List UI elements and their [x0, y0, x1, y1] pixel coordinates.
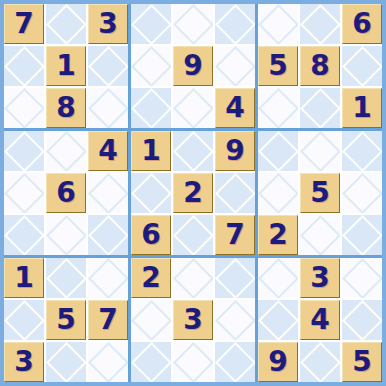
diamond-icon	[258, 131, 298, 171]
diamond-icon	[46, 258, 86, 298]
diamond-icon	[173, 4, 213, 44]
cell-r8c4[interactable]	[131, 300, 171, 340]
cell-r4c8[interactable]	[300, 131, 340, 171]
given-digit: 3	[183, 306, 202, 334]
diamond-icon	[173, 131, 213, 171]
cell-r7c7[interactable]	[258, 258, 298, 298]
cell-r3c6: 4	[215, 88, 255, 128]
given-digit: 7	[14, 10, 33, 38]
given-digit: 6	[352, 10, 371, 38]
cell-r9c8[interactable]	[300, 342, 340, 382]
cell-r5c3[interactable]	[88, 173, 128, 213]
cell-r6c7: 2	[258, 215, 298, 255]
cell-r2c1[interactable]	[4, 46, 44, 86]
sudoku-box-1-2: 94	[131, 4, 255, 128]
cell-r9c3[interactable]	[88, 342, 128, 382]
given-digit: 3	[14, 348, 33, 376]
given-digit: 8	[56, 94, 75, 122]
cell-r7c2[interactable]	[46, 258, 86, 298]
given-digit: 9	[268, 348, 287, 376]
cell-r6c9[interactable]	[342, 215, 382, 255]
cell-r6c1[interactable]	[4, 215, 44, 255]
given-digit: 5	[56, 306, 75, 334]
cell-r7c8: 3	[300, 258, 340, 298]
cell-r2c7: 5	[258, 46, 298, 86]
given-digit: 4	[98, 137, 117, 165]
diamond-icon	[342, 131, 382, 171]
diamond-icon	[342, 46, 382, 86]
cell-r6c6: 7	[215, 215, 255, 255]
given-digit: 2	[268, 221, 287, 249]
diamond-icon	[46, 131, 86, 171]
diamond-icon	[4, 173, 44, 213]
given-digit: 2	[141, 264, 160, 292]
cell-r3c1[interactable]	[4, 88, 44, 128]
sudoku-box-2-2: 19267	[131, 131, 255, 255]
diamond-icon	[88, 88, 128, 128]
sudoku-box-1-1: 7318	[4, 4, 128, 128]
diamond-icon	[215, 258, 255, 298]
cell-r7c3[interactable]	[88, 258, 128, 298]
cell-r6c2[interactable]	[46, 215, 86, 255]
cell-r5c7[interactable]	[258, 173, 298, 213]
cell-r1c4[interactable]	[131, 4, 171, 44]
cell-r9c7: 9	[258, 342, 298, 382]
cell-r1c5[interactable]	[173, 4, 213, 44]
diamond-icon	[131, 4, 171, 44]
diamond-icon	[46, 215, 86, 255]
sudoku-box-3-3: 3495	[258, 258, 382, 382]
cell-r5c5: 2	[173, 173, 213, 213]
cell-r4c6: 9	[215, 131, 255, 171]
diamond-icon	[4, 300, 44, 340]
sudoku-box-2-1: 46	[4, 131, 128, 255]
cell-r3c9: 1	[342, 88, 382, 128]
diamond-icon	[342, 173, 382, 213]
cell-r1c2[interactable]	[46, 4, 86, 44]
cell-r4c1[interactable]	[4, 131, 44, 171]
given-digit: 3	[98, 10, 117, 38]
cell-r6c5[interactable]	[173, 215, 213, 255]
diamond-icon	[215, 300, 255, 340]
sudoku-board: 73189465814619267521573233495	[0, 0, 386, 386]
diamond-icon	[215, 46, 255, 86]
given-digit: 6	[56, 179, 75, 207]
cell-r3c8[interactable]	[300, 88, 340, 128]
cell-r2c8: 8	[300, 46, 340, 86]
cell-r4c2[interactable]	[46, 131, 86, 171]
cell-r8c9[interactable]	[342, 300, 382, 340]
cell-r8c5: 3	[173, 300, 213, 340]
cell-r8c3: 7	[88, 300, 128, 340]
cell-r1c3: 3	[88, 4, 128, 44]
diamond-icon	[131, 173, 171, 213]
given-digit: 8	[310, 52, 329, 80]
cell-r2c3[interactable]	[88, 46, 128, 86]
diamond-icon	[46, 342, 86, 382]
diamond-icon	[258, 4, 298, 44]
cell-r8c2: 5	[46, 300, 86, 340]
cell-r5c2: 6	[46, 173, 86, 213]
cell-r1c7[interactable]	[258, 4, 298, 44]
given-digit: 5	[310, 179, 329, 207]
cell-r2c4[interactable]	[131, 46, 171, 86]
diamond-icon	[173, 342, 213, 382]
cell-r1c9: 6	[342, 4, 382, 44]
diamond-icon	[300, 215, 340, 255]
cell-r1c8[interactable]	[300, 4, 340, 44]
diamond-icon	[4, 131, 44, 171]
cell-r2c2: 1	[46, 46, 86, 86]
given-digit: 1	[352, 94, 371, 122]
cell-r9c2[interactable]	[46, 342, 86, 382]
diamond-icon	[173, 258, 213, 298]
cell-r6c8[interactable]	[300, 215, 340, 255]
diamond-icon	[88, 342, 128, 382]
diamond-icon	[131, 88, 171, 128]
cell-r7c6[interactable]	[215, 258, 255, 298]
cell-r3c3[interactable]	[88, 88, 128, 128]
given-digit: 4	[310, 306, 329, 334]
cell-r7c5[interactable]	[173, 258, 213, 298]
given-digit: 9	[183, 52, 202, 80]
cell-r9c4[interactable]	[131, 342, 171, 382]
diamond-icon	[173, 88, 213, 128]
diamond-icon	[88, 258, 128, 298]
diamond-icon	[173, 215, 213, 255]
cell-r2c9[interactable]	[342, 46, 382, 86]
diamond-icon	[4, 46, 44, 86]
diamond-icon	[258, 258, 298, 298]
cell-r1c6[interactable]	[215, 4, 255, 44]
cell-r7c9[interactable]	[342, 258, 382, 298]
diamond-icon	[300, 4, 340, 44]
diamond-icon	[258, 300, 298, 340]
given-digit: 2	[183, 179, 202, 207]
diamond-icon	[215, 173, 255, 213]
diamond-icon	[342, 258, 382, 298]
cell-r8c6[interactable]	[215, 300, 255, 340]
diamond-icon	[300, 342, 340, 382]
cell-r5c1[interactable]	[4, 173, 44, 213]
sudoku-box-2-3: 52	[258, 131, 382, 255]
diamond-icon	[215, 4, 255, 44]
diamond-icon	[300, 88, 340, 128]
cell-r3c5[interactable]	[173, 88, 213, 128]
sudoku-box-1-3: 6581	[258, 4, 382, 128]
diamond-icon	[88, 215, 128, 255]
diamond-icon	[131, 300, 171, 340]
cell-r5c4[interactable]	[131, 173, 171, 213]
cell-r2c5: 9	[173, 46, 213, 86]
given-digit: 6	[141, 221, 160, 249]
given-digit: 7	[225, 221, 244, 249]
cell-r9c9: 5	[342, 342, 382, 382]
given-digit: 4	[225, 94, 244, 122]
cell-r4c5[interactable]	[173, 131, 213, 171]
cell-r8c1[interactable]	[4, 300, 44, 340]
given-digit: 9	[225, 137, 244, 165]
cell-r7c1: 1	[4, 258, 44, 298]
given-digit: 7	[98, 306, 117, 334]
diamond-icon	[342, 300, 382, 340]
cell-r5c6[interactable]	[215, 173, 255, 213]
sudoku-box-3-1: 1573	[4, 258, 128, 382]
cell-r4c4: 1	[131, 131, 171, 171]
diamond-icon	[258, 88, 298, 128]
diamond-icon	[131, 342, 171, 382]
diamond-icon	[342, 215, 382, 255]
cell-r4c3: 4	[88, 131, 128, 171]
diamond-icon	[4, 88, 44, 128]
diamond-icon	[46, 4, 86, 44]
cell-r5c9[interactable]	[342, 173, 382, 213]
cell-r8c7[interactable]	[258, 300, 298, 340]
cell-r8c8: 4	[300, 300, 340, 340]
cell-r9c6[interactable]	[215, 342, 255, 382]
cell-r5c8: 5	[300, 173, 340, 213]
cell-r9c1: 3	[4, 342, 44, 382]
cell-r1c1: 7	[4, 4, 44, 44]
cell-r3c2: 8	[46, 88, 86, 128]
cell-r9c5[interactable]	[173, 342, 213, 382]
cell-r4c7[interactable]	[258, 131, 298, 171]
cell-r3c7[interactable]	[258, 88, 298, 128]
cell-r4c9[interactable]	[342, 131, 382, 171]
diamond-icon	[258, 173, 298, 213]
given-digit: 1	[14, 264, 33, 292]
given-digit: 5	[352, 348, 371, 376]
cell-r6c3[interactable]	[88, 215, 128, 255]
diamond-icon	[300, 131, 340, 171]
cell-r2c6[interactable]	[215, 46, 255, 86]
given-digit: 5	[268, 52, 287, 80]
diamond-icon	[131, 46, 171, 86]
given-digit: 1	[56, 52, 75, 80]
cell-r7c4: 2	[131, 258, 171, 298]
cell-r3c4[interactable]	[131, 88, 171, 128]
diamond-icon	[88, 173, 128, 213]
diamond-icon	[88, 46, 128, 86]
given-digit: 1	[141, 137, 160, 165]
given-digit: 3	[310, 264, 329, 292]
diamond-icon	[4, 215, 44, 255]
diamond-icon	[215, 342, 255, 382]
cell-r6c4: 6	[131, 215, 171, 255]
sudoku-box-3-2: 23	[131, 258, 255, 382]
